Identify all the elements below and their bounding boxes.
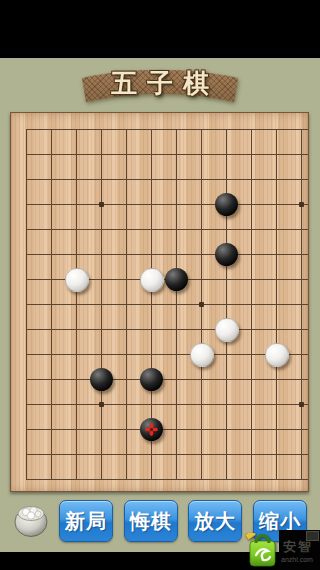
last-move-marker (145, 423, 158, 436)
star-point (299, 202, 304, 207)
grid-line-horizontal (26, 479, 308, 480)
gomoku-board[interactable] (10, 112, 309, 492)
app-screen: 五子棋 新局 悔棋 放大 缩小 安智 anzhi.com (0, 0, 320, 570)
grid-line-horizontal (26, 329, 308, 330)
grid-line-horizontal (26, 229, 308, 230)
page-title: 五子棋 (73, 65, 247, 105)
grid-line-horizontal (26, 429, 308, 430)
stone-white (65, 268, 89, 292)
stone-black (140, 368, 163, 391)
stone-bowl-icon (11, 499, 51, 539)
star-point (199, 302, 204, 307)
grid-line-horizontal (26, 204, 308, 205)
zoom-in-button[interactable]: 放大 (188, 500, 242, 542)
grid-line-horizontal (26, 404, 308, 405)
undo-button[interactable]: 悔棋 (124, 500, 178, 542)
star-point (99, 202, 104, 207)
new-game-button[interactable]: 新局 (59, 500, 113, 542)
stone-black (215, 243, 238, 266)
anzhi-bag-icon (244, 533, 280, 569)
star-point (99, 402, 104, 407)
star-point (299, 402, 304, 407)
stone-black (215, 193, 238, 216)
stone-white (215, 318, 239, 342)
grid-line-horizontal (26, 179, 308, 180)
title-plaque: 五子棋 (73, 65, 247, 105)
stone-black (140, 418, 163, 441)
grid-line-horizontal (26, 154, 308, 155)
stone-black (90, 368, 113, 391)
stone-black (165, 268, 188, 291)
grid-line-horizontal (26, 379, 308, 380)
watermark-brand: 安智 (283, 538, 319, 556)
grid-line-horizontal (26, 454, 308, 455)
grid-line-horizontal (26, 304, 308, 305)
grid-line-horizontal (26, 129, 308, 130)
status-bar (0, 0, 320, 58)
watermark-domain: anzhi.com (281, 556, 320, 563)
stone-white (265, 343, 289, 367)
stone-white (190, 343, 214, 367)
stone-white (140, 268, 164, 292)
grid-line-horizontal (26, 254, 308, 255)
